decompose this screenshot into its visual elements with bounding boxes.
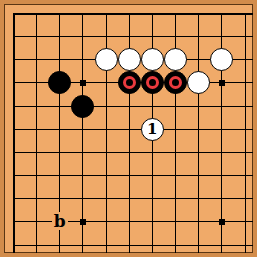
stone-white-move-1: 1: [141, 118, 164, 141]
stone-black-circled: [164, 71, 187, 94]
stone-white: [187, 71, 210, 94]
go-board: 1b: [0, 0, 257, 257]
stone-white: [141, 48, 164, 71]
stone-black: [48, 71, 71, 94]
point-label-b: b: [52, 212, 68, 230]
move-number: 1: [147, 121, 157, 136]
stone-white: [210, 48, 233, 71]
circle-marker-icon: [146, 76, 159, 89]
stone-black: [71, 95, 94, 118]
circle-marker-icon: [169, 76, 182, 89]
stone-white: [118, 48, 141, 71]
stones-layer: 1b: [2, 2, 257, 257]
stone-white: [95, 48, 118, 71]
circle-marker-icon: [123, 76, 136, 89]
stone-black-circled: [118, 71, 141, 94]
stone-white: [164, 48, 187, 71]
stone-black-circled: [141, 71, 164, 94]
